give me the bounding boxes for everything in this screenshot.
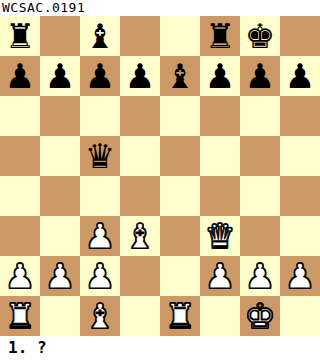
square-a1[interactable]: ♜ bbox=[0, 296, 40, 336]
square-h3[interactable] bbox=[280, 216, 320, 256]
black-rook[interactable]: ♜ bbox=[205, 16, 235, 56]
white-bishop[interactable]: ♝ bbox=[85, 296, 115, 336]
square-d1[interactable] bbox=[120, 296, 160, 336]
square-f1[interactable] bbox=[200, 296, 240, 336]
square-c8[interactable]: ♝ bbox=[80, 16, 120, 56]
square-f6[interactable] bbox=[200, 96, 240, 136]
black-rook[interactable]: ♜ bbox=[5, 16, 35, 56]
square-g2[interactable]: ♟ bbox=[240, 256, 280, 296]
square-g7[interactable]: ♟ bbox=[240, 56, 280, 96]
square-e6[interactable] bbox=[160, 96, 200, 136]
square-c4[interactable] bbox=[80, 176, 120, 216]
white-pawn[interactable]: ♟ bbox=[5, 256, 35, 296]
chess-board: ♜♝♜♚♟♟♟♟♝♟♟♟♛♟♝♛♟♟♟♟♟♟♜♝♜♚ bbox=[0, 16, 320, 336]
square-c3[interactable]: ♟ bbox=[80, 216, 120, 256]
black-pawn[interactable]: ♟ bbox=[205, 56, 235, 96]
square-h1[interactable] bbox=[280, 296, 320, 336]
white-king[interactable]: ♚ bbox=[245, 296, 275, 336]
square-h4[interactable] bbox=[280, 176, 320, 216]
square-a6[interactable] bbox=[0, 96, 40, 136]
square-e4[interactable] bbox=[160, 176, 200, 216]
move-prompt: 1. ? bbox=[8, 338, 47, 357]
square-b8[interactable] bbox=[40, 16, 80, 56]
black-pawn[interactable]: ♟ bbox=[125, 56, 155, 96]
square-d6[interactable] bbox=[120, 96, 160, 136]
square-f2[interactable]: ♟ bbox=[200, 256, 240, 296]
black-pawn[interactable]: ♟ bbox=[285, 56, 315, 96]
square-c7[interactable]: ♟ bbox=[80, 56, 120, 96]
square-d2[interactable] bbox=[120, 256, 160, 296]
white-rook[interactable]: ♜ bbox=[5, 296, 35, 336]
square-g5[interactable] bbox=[240, 136, 280, 176]
square-g6[interactable] bbox=[240, 96, 280, 136]
square-a7[interactable]: ♟ bbox=[0, 56, 40, 96]
square-a4[interactable] bbox=[0, 176, 40, 216]
black-pawn[interactable]: ♟ bbox=[85, 56, 115, 96]
square-a3[interactable] bbox=[0, 216, 40, 256]
square-e1[interactable]: ♜ bbox=[160, 296, 200, 336]
square-d7[interactable]: ♟ bbox=[120, 56, 160, 96]
black-pawn[interactable]: ♟ bbox=[45, 56, 75, 96]
white-pawn[interactable]: ♟ bbox=[45, 256, 75, 296]
square-h2[interactable]: ♟ bbox=[280, 256, 320, 296]
puzzle-id: WCSAC.0191 bbox=[2, 0, 85, 15]
square-c1[interactable]: ♝ bbox=[80, 296, 120, 336]
square-h7[interactable]: ♟ bbox=[280, 56, 320, 96]
square-c6[interactable] bbox=[80, 96, 120, 136]
square-d8[interactable] bbox=[120, 16, 160, 56]
square-d5[interactable] bbox=[120, 136, 160, 176]
puzzle-header: WCSAC.0191 bbox=[0, 0, 320, 16]
square-h5[interactable] bbox=[280, 136, 320, 176]
square-b3[interactable] bbox=[40, 216, 80, 256]
square-c5[interactable]: ♛ bbox=[80, 136, 120, 176]
square-a5[interactable] bbox=[0, 136, 40, 176]
black-bishop[interactable]: ♝ bbox=[165, 56, 195, 96]
white-pawn[interactable]: ♟ bbox=[85, 216, 115, 256]
square-h6[interactable] bbox=[280, 96, 320, 136]
chess-puzzle-app: WCSAC.0191 ♜♝♜♚♟♟♟♟♝♟♟♟♛♟♝♛♟♟♟♟♟♟♜♝♜♚ 1.… bbox=[0, 0, 320, 360]
white-pawn[interactable]: ♟ bbox=[205, 256, 235, 296]
black-queen[interactable]: ♛ bbox=[85, 136, 115, 176]
square-e7[interactable]: ♝ bbox=[160, 56, 200, 96]
black-pawn[interactable]: ♟ bbox=[5, 56, 35, 96]
square-h8[interactable] bbox=[280, 16, 320, 56]
square-g4[interactable] bbox=[240, 176, 280, 216]
black-pawn[interactable]: ♟ bbox=[245, 56, 275, 96]
square-f5[interactable] bbox=[200, 136, 240, 176]
white-rook[interactable]: ♜ bbox=[165, 296, 195, 336]
square-b5[interactable] bbox=[40, 136, 80, 176]
white-bishop[interactable]: ♝ bbox=[125, 216, 155, 256]
square-g1[interactable]: ♚ bbox=[240, 296, 280, 336]
square-e3[interactable] bbox=[160, 216, 200, 256]
square-e5[interactable] bbox=[160, 136, 200, 176]
square-d4[interactable] bbox=[120, 176, 160, 216]
square-b4[interactable] bbox=[40, 176, 80, 216]
white-pawn[interactable]: ♟ bbox=[285, 256, 315, 296]
square-g3[interactable] bbox=[240, 216, 280, 256]
puzzle-footer: 1. ? bbox=[0, 336, 320, 360]
white-pawn[interactable]: ♟ bbox=[245, 256, 275, 296]
white-pawn[interactable]: ♟ bbox=[85, 256, 115, 296]
square-b1[interactable] bbox=[40, 296, 80, 336]
square-f7[interactable]: ♟ bbox=[200, 56, 240, 96]
square-f3[interactable]: ♛ bbox=[200, 216, 240, 256]
square-e2[interactable] bbox=[160, 256, 200, 296]
square-f4[interactable] bbox=[200, 176, 240, 216]
square-e8[interactable] bbox=[160, 16, 200, 56]
white-queen[interactable]: ♛ bbox=[205, 216, 235, 256]
square-b6[interactable] bbox=[40, 96, 80, 136]
square-f8[interactable]: ♜ bbox=[200, 16, 240, 56]
black-king[interactable]: ♚ bbox=[245, 16, 275, 56]
black-bishop[interactable]: ♝ bbox=[85, 16, 115, 56]
square-g8[interactable]: ♚ bbox=[240, 16, 280, 56]
square-d3[interactable]: ♝ bbox=[120, 216, 160, 256]
square-b7[interactable]: ♟ bbox=[40, 56, 80, 96]
square-b2[interactable]: ♟ bbox=[40, 256, 80, 296]
square-a2[interactable]: ♟ bbox=[0, 256, 40, 296]
square-a8[interactable]: ♜ bbox=[0, 16, 40, 56]
square-c2[interactable]: ♟ bbox=[80, 256, 120, 296]
